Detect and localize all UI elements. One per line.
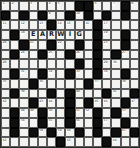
crossword-cell[interactable]: 38 [121,79,130,89]
clue-number: 2 [11,2,13,6]
crossword-cell[interactable]: A [38,30,47,40]
crossword-cell[interactable]: 33 [75,69,84,79]
crossword-cell[interactable]: 36 [38,79,47,89]
crossword-cell[interactable] [19,59,28,69]
crossword-cell[interactable] [56,108,65,118]
clue-number: 17 [103,21,107,25]
crossword-cell[interactable] [38,1,47,11]
crossword-block [75,128,84,138]
crossword-block [47,128,56,138]
crossword-cell[interactable] [65,79,74,89]
crossword-cell[interactable]: 41 [111,89,120,99]
clue-number: 4 [48,2,50,6]
crossword-cell[interactable]: 16 [84,20,93,30]
crossword-cell[interactable]: 14 [56,20,65,30]
clue-number: 19 [103,31,107,35]
crossword-cell[interactable]: 7 [111,1,120,11]
crossword-cell[interactable] [130,50,139,60]
crossword-cell[interactable]: 46 [102,98,111,108]
crossword-cell[interactable]: 31 [19,69,28,79]
crossword-cell[interactable]: 47 [130,98,139,108]
clue-number: 48 [20,109,24,113]
clue-number: 14 [57,21,61,25]
crossword-block [29,98,38,108]
crossword-block [84,98,93,108]
crossword-cell[interactable] [111,30,120,40]
crossword-block [93,30,102,40]
crossword-cell[interactable] [130,59,139,69]
crossword-cell[interactable]: 42 [1,98,10,108]
crossword-block [121,69,130,79]
crossword-cell[interactable] [56,11,65,21]
clue-number: 12 [20,21,24,25]
crossword-cell[interactable] [93,89,102,99]
crossword-cell[interactable]: 39 [19,89,28,99]
crossword-block [102,89,111,99]
crossword-board: 123456789101112131415161718EARWIG1920212… [0,0,140,148]
crossword-block [65,11,74,21]
crossword-cell[interactable]: 53 [121,108,130,118]
clue-number: 16 [85,21,89,25]
crossword-cell[interactable] [29,20,38,30]
crossword-cell[interactable]: 24 [19,50,28,60]
clue-number: 39 [20,90,24,94]
crossword-cell[interactable] [130,137,139,147]
crossword-block [75,1,84,11]
crossword-cell[interactable] [29,59,38,69]
crossword-block [38,108,47,118]
clue-number: 45 [94,99,98,103]
crossword-cell[interactable] [121,137,130,147]
crossword-cell[interactable] [102,79,111,89]
clue-number: 51 [76,109,80,113]
crossword-block [111,108,120,118]
crossword-cell[interactable] [130,79,139,89]
crossword-cell[interactable] [10,79,19,89]
crossword-cell[interactable] [102,108,111,118]
crossword-block [10,69,19,79]
crossword-cell[interactable] [111,79,120,89]
crossword-cell[interactable] [19,98,28,108]
clue-number: 57 [103,119,107,123]
crossword-cell[interactable] [111,98,120,108]
crossword-cell[interactable]: 62 [1,137,10,147]
crossword-cell[interactable]: R [47,30,56,40]
crossword-block [10,108,19,118]
crossword-block [93,128,102,138]
crossword-block [29,79,38,89]
crossword-cell[interactable] [111,20,120,30]
crossword-grid: 123456789101112131415161718EARWIG1920212… [0,0,140,148]
clue-number: 35 [2,80,6,84]
crossword-cell[interactable] [47,79,56,89]
pencilled-letter: A [39,31,46,39]
crossword-block [65,118,74,128]
crossword-cell[interactable]: 64 [111,137,120,147]
crossword-cell[interactable] [75,137,84,147]
crossword-cell[interactable]: 60 [65,128,74,138]
crossword-block [75,40,84,50]
crossword-cell[interactable] [93,11,102,21]
crossword-cell[interactable]: 21 [29,40,38,50]
clue-number: 18 [20,31,24,35]
crossword-cell[interactable]: 59 [56,128,65,138]
crossword-block [84,1,93,11]
crossword-cell[interactable] [102,50,111,60]
crossword-cell[interactable]: 56 [75,118,84,128]
crossword-cell[interactable]: 30 [111,59,120,69]
clue-number: 62 [2,138,6,142]
crossword-cell[interactable] [1,50,10,60]
clue-number: 34 [103,70,107,74]
crossword-block [10,50,19,60]
crossword-block [29,128,38,138]
crossword-cell[interactable]: 45 [93,98,102,108]
clue-number: 30 [112,60,116,64]
crossword-cell[interactable] [111,118,120,128]
crossword-cell[interactable]: 50 [47,108,56,118]
crossword-cell[interactable]: 13 [38,20,47,30]
clue-number: 8 [131,2,133,6]
crossword-cell[interactable] [130,108,139,118]
pencilled-letter: G [76,31,83,39]
crossword-cell[interactable]: 34 [102,69,111,79]
crossword-cell[interactable] [56,118,65,128]
crossword-cell[interactable] [130,30,139,40]
crossword-cell[interactable] [10,11,19,21]
crossword-cell[interactable] [10,137,19,147]
crossword-block [65,89,74,99]
crossword-cell[interactable]: 26 [75,50,84,60]
crossword-block [38,118,47,128]
crossword-cell[interactable] [65,59,74,69]
clue-number: 41 [112,90,116,94]
crossword-block [121,40,130,50]
crossword-block [93,59,102,69]
crossword-cell[interactable] [10,98,19,108]
crossword-cell[interactable] [84,30,93,40]
crossword-cell[interactable] [38,137,47,147]
crossword-cell[interactable]: 23 [102,40,111,50]
crossword-cell[interactable]: 15 [65,20,74,30]
crossword-cell[interactable] [47,137,56,147]
crossword-block [121,11,130,21]
clue-number: 37 [94,80,98,84]
crossword-cell[interactable]: 18 [19,30,28,40]
crossword-block [93,40,102,50]
crossword-cell[interactable]: 63 [65,137,74,147]
crossword-cell[interactable]: 6 [93,1,102,11]
pencilled-letter: W [57,31,64,39]
crossword-cell[interactable] [84,69,93,79]
clue-number: 58 [39,129,43,133]
crossword-cell[interactable] [93,137,102,147]
clue-number: 55 [48,119,52,123]
crossword-cell[interactable]: 11 [1,20,10,30]
crossword-block [102,137,111,147]
crossword-block [10,128,19,138]
crossword-cell[interactable] [29,50,38,60]
crossword-cell[interactable] [1,89,10,99]
crossword-block [93,118,102,128]
crossword-cell[interactable]: 3 [29,1,38,11]
clue-number: 53 [122,109,126,113]
crossword-cell[interactable] [130,20,139,30]
crossword-cell[interactable] [10,59,19,69]
crossword-block [75,59,84,69]
clue-number: 52 [85,109,89,113]
crossword-cell[interactable]: 37 [93,79,102,89]
crossword-block [93,69,102,79]
clue-number: 33 [76,70,80,74]
crossword-cell[interactable] [130,40,139,50]
crossword-cell[interactable]: 9 [47,11,56,21]
crossword-block [84,11,93,21]
clue-number: 50 [48,109,52,113]
crossword-cell[interactable] [130,69,139,79]
crossword-cell[interactable]: G [75,30,84,40]
crossword-cell[interactable]: 54 [19,118,28,128]
crossword-cell[interactable] [1,128,10,138]
crossword-cell[interactable] [65,1,74,11]
crossword-cell[interactable] [1,69,10,79]
crossword-cell[interactable] [130,118,139,128]
crossword-cell[interactable] [111,69,120,79]
clue-number: 24 [20,51,24,55]
crossword-cell[interactable]: 4 [47,1,56,11]
clue-number: 26 [76,51,80,55]
crossword-cell[interactable] [1,30,10,40]
crossword-block [111,50,120,60]
crossword-block [65,50,74,60]
clue-number: 42 [2,99,6,103]
crossword-cell[interactable] [29,118,38,128]
clue-number: 56 [76,119,80,123]
crossword-cell[interactable]: 51 [75,108,84,118]
clue-number: 54 [20,119,24,123]
crossword-block [65,69,74,79]
clue-number: 21 [30,41,34,45]
crossword-cell[interactable] [56,79,65,89]
crossword-block [102,11,111,21]
crossword-block [47,20,56,30]
crossword-cell[interactable]: 12 [19,20,28,30]
clue-number: 63 [66,138,70,142]
crossword-cell[interactable] [102,1,111,11]
clue-number: 38 [122,80,126,84]
crossword-cell[interactable]: 32 [47,69,56,79]
crossword-cell[interactable]: 22 [56,40,65,50]
crossword-cell[interactable]: 19 [102,30,111,40]
crossword-cell[interactable] [56,89,65,99]
crossword-block [121,98,130,108]
crossword-cell[interactable] [1,118,10,128]
crossword-cell[interactable] [56,69,65,79]
clue-number: 20 [2,41,6,45]
crossword-cell[interactable] [84,40,93,50]
clue-number: 3 [30,2,32,6]
clue-number: 27 [122,51,126,55]
crossword-cell[interactable] [65,40,74,50]
crossword-cell[interactable] [84,89,93,99]
crossword-cell[interactable] [38,89,47,99]
crossword-cell[interactable]: 27 [121,50,130,60]
crossword-block [47,89,56,99]
crossword-cell[interactable] [102,128,111,138]
crossword-block [121,118,130,128]
crossword-cell[interactable]: W [56,30,65,40]
clue-number: 60 [66,129,70,133]
crossword-cell[interactable] [130,11,139,21]
pencilled-letter: I [66,31,73,39]
crossword-cell[interactable]: 44 [47,98,56,108]
crossword-cell[interactable] [121,20,130,30]
crossword-block [65,108,74,118]
crossword-cell[interactable]: 8 [130,1,139,11]
crossword-block [1,11,10,21]
crossword-cell[interactable]: 28 [1,59,10,69]
crossword-cell[interactable]: 2 [10,1,19,11]
crossword-cell[interactable] [75,98,84,108]
clue-number: 10 [76,12,80,16]
crossword-cell[interactable] [56,50,65,60]
clue-number: 23 [103,41,107,45]
crossword-cell[interactable] [29,11,38,21]
crossword-cell[interactable] [19,1,28,11]
crossword-block [10,30,19,40]
crossword-cell[interactable]: 43 [38,98,47,108]
clue-number: 44 [48,99,52,103]
crossword-block [93,108,102,118]
crossword-block [130,89,139,99]
crossword-cell[interactable]: 10 [75,11,84,21]
crossword-cell[interactable] [84,137,93,147]
crossword-cell[interactable] [121,89,130,99]
crossword-block [38,69,47,79]
crossword-block [93,50,102,60]
clue-number: 46 [103,99,107,103]
crossword-cell[interactable]: 29 [102,59,111,69]
crossword-cell[interactable] [84,118,93,128]
crossword-cell[interactable]: 58 [38,128,47,138]
clue-number: 32 [48,70,52,74]
clue-number: 6 [94,2,96,6]
clue-number: 31 [20,70,24,74]
crossword-block [47,40,56,50]
crossword-block [10,89,19,99]
crossword-cell[interactable]: 61 [121,128,130,138]
crossword-block [93,20,102,30]
crossword-cell[interactable]: 1 [1,1,10,11]
crossword-block [38,11,47,21]
crossword-cell[interactable] [111,40,120,50]
clue-number: 64 [112,138,116,142]
clue-number: 22 [57,41,61,45]
clue-number: 15 [66,21,70,25]
crossword-cell[interactable]: 20 [1,40,10,50]
crossword-cell[interactable] [1,108,10,118]
clue-number: 61 [122,129,126,133]
crossword-cell[interactable] [29,137,38,147]
crossword-block [121,1,130,11]
crossword-cell[interactable]: 48 [19,108,28,118]
crossword-block [19,11,28,21]
crossword-cell[interactable] [84,128,93,138]
crossword-cell[interactable]: 35 [1,79,10,89]
crossword-cell[interactable] [19,137,28,147]
crossword-cell[interactable]: 25 [47,50,56,60]
crossword-cell[interactable]: 57 [102,118,111,128]
crossword-cell[interactable] [38,40,47,50]
crossword-cell[interactable] [29,89,38,99]
crossword-cell[interactable]: 49 [29,108,38,118]
clue-number: 28 [2,60,6,64]
crossword-cell[interactable] [56,98,65,108]
crossword-cell[interactable] [19,79,28,89]
clue-number: 59 [57,129,61,133]
crossword-block [38,50,47,60]
clue-number: 36 [39,80,43,84]
crossword-block [10,118,19,128]
crossword-cell[interactable] [84,50,93,60]
clue-number: 47 [131,99,135,103]
crossword-cell[interactable] [56,59,65,69]
crossword-block [19,40,28,50]
crossword-cell[interactable]: E [29,30,38,40]
crossword-cell[interactable]: I [65,30,74,40]
clue-number: 49 [30,109,34,113]
clue-number: 13 [39,21,43,25]
clue-number: 1 [2,2,4,6]
crossword-cell[interactable]: 17 [102,20,111,30]
crossword-cell[interactable] [75,20,84,30]
crossword-cell[interactable] [10,40,19,50]
crossword-cell[interactable]: 55 [47,118,56,128]
crossword-cell[interactable]: 40 [75,89,84,99]
crossword-block [84,79,93,89]
clue-number: 40 [76,90,80,94]
crossword-cell[interactable] [111,11,120,21]
crossword-cell[interactable]: 52 [84,108,93,118]
pencilled-letter: E [30,31,37,39]
crossword-block [121,30,130,40]
crossword-cell[interactable]: 5 [56,1,65,11]
clue-number: 11 [2,21,6,25]
clue-number: 43 [39,99,43,103]
clue-number: 5 [57,2,59,6]
crossword-cell[interactable] [19,128,28,138]
crossword-block [111,128,120,138]
crossword-cell[interactable] [121,59,130,69]
pencilled-letter: R [48,31,55,39]
clue-number: 7 [112,2,114,6]
crossword-cell[interactable] [84,59,93,69]
crossword-block [130,128,139,138]
clue-number: 29 [103,60,107,64]
crossword-cell[interactable] [38,59,47,69]
clue-number: 25 [48,51,52,55]
crossword-block [56,137,65,147]
crossword-cell[interactable] [75,79,84,89]
crossword-cell[interactable] [47,59,56,69]
crossword-cell[interactable] [29,69,38,79]
clue-number: 9 [48,12,50,16]
crossword-cell[interactable] [10,20,19,30]
crossword-block [65,98,74,108]
